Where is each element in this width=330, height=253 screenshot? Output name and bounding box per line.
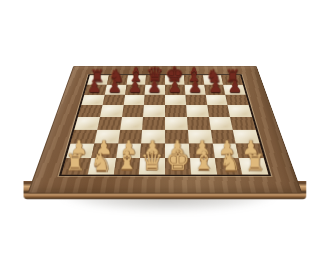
square-b4[interactable] xyxy=(97,117,121,130)
square-e5[interactable] xyxy=(165,105,187,117)
chess-board: ♜♞♝♛♚♝♞♜♟♟♟♟♟♟♟♟♟♟♟♟♟♟♟♟♜♞♝♛♚♝♞♜ xyxy=(59,74,271,176)
square-b5[interactable] xyxy=(100,105,123,117)
square-f5[interactable] xyxy=(186,105,209,117)
square-g4[interactable] xyxy=(209,117,233,130)
square-f4[interactable] xyxy=(187,117,211,130)
square-h6[interactable] xyxy=(225,95,248,106)
square-e6[interactable] xyxy=(165,95,186,106)
square-a4[interactable] xyxy=(74,117,99,130)
square-h4[interactable] xyxy=(230,117,255,130)
board-scene: ♜♞♝♛♚♝♞♜♟♟♟♟♟♟♟♟♟♟♟♟♟♟♟♟♜♞♝♛♚♝♞♜ xyxy=(0,0,330,253)
square-a5[interactable] xyxy=(78,105,102,117)
square-d5[interactable] xyxy=(143,105,165,117)
square-c4[interactable] xyxy=(120,117,144,130)
square-a1[interactable]: ♜ xyxy=(62,158,91,174)
square-h5[interactable] xyxy=(228,105,252,117)
square-e4[interactable] xyxy=(165,117,188,130)
square-c5[interactable] xyxy=(122,105,145,117)
product-photo-canvas: ♜♞♝♛♚♝♞♜♟♟♟♟♟♟♟♟♟♟♟♟♟♟♟♟♜♞♝♛♚♝♞♜ xyxy=(0,0,330,253)
square-g5[interactable] xyxy=(207,105,230,117)
square-b6[interactable] xyxy=(102,95,124,106)
square-g6[interactable] xyxy=(205,95,227,106)
black-pawn-h7[interactable]: ♟ xyxy=(214,79,256,95)
square-h1[interactable]: ♜ xyxy=(239,158,268,174)
chess-board-3d: ♜♞♝♛♚♝♞♜♟♟♟♟♟♟♟♟♟♟♟♟♟♟♟♟♜♞♝♛♚♝♞♜ xyxy=(27,66,302,193)
white-rook-a1[interactable]: ♜ xyxy=(48,152,102,174)
square-d4[interactable] xyxy=(142,117,165,130)
square-h7[interactable]: ♟ xyxy=(223,85,245,95)
square-c6[interactable] xyxy=(123,95,145,106)
square-f6[interactable] xyxy=(185,95,207,106)
square-d6[interactable] xyxy=(144,95,165,106)
white-rook-h1[interactable]: ♜ xyxy=(228,152,282,174)
square-a6[interactable] xyxy=(81,95,104,106)
